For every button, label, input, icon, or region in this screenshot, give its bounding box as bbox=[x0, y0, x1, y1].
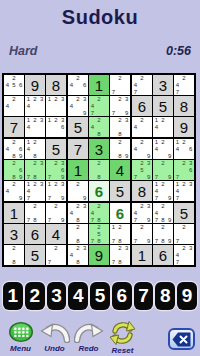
pencil-mark-slot bbox=[25, 109, 32, 116]
given-digit: 1 bbox=[4, 203, 24, 223]
page-title: Sudoku bbox=[0, 0, 200, 29]
cell-r7c4[interactable]: 2348 bbox=[68, 203, 89, 224]
pencil-mark-slot bbox=[46, 124, 53, 131]
cell-r4c1[interactable]: 24689 bbox=[4, 139, 25, 160]
pencil-mark-slot bbox=[53, 124, 60, 131]
pencil-mark-slot: 3 bbox=[123, 245, 130, 252]
pencil-mark-slot bbox=[166, 167, 173, 174]
cell-r7c2[interactable]: 278 bbox=[25, 203, 46, 224]
pencil-mark-slot: 4 bbox=[68, 210, 75, 217]
cell-r5c6[interactable]: 4 bbox=[110, 160, 132, 181]
pencil-mark-slot: 2 bbox=[96, 203, 103, 210]
pencil-mark-slot: 1 bbox=[110, 224, 117, 231]
sudoku-app: { "app": { "title": "Sudoku" }, "status"… bbox=[0, 0, 200, 356]
pencil-marks: 279 bbox=[46, 203, 66, 223]
pencil-mark-slot: 2 bbox=[75, 203, 82, 210]
pencil-mark-slot: 6 bbox=[17, 146, 24, 153]
pencil-marks: 12379 bbox=[46, 181, 66, 201]
given-digit: 7 bbox=[68, 139, 88, 159]
pencil-marks: 29 bbox=[68, 181, 88, 201]
backspace-x-icon bbox=[172, 332, 191, 347]
cell-r1c8[interactable]: 3 bbox=[153, 75, 174, 96]
pencil-mark-slot: 2 bbox=[117, 224, 124, 231]
pencil-mark-slot: 8 bbox=[96, 216, 103, 223]
pencil-mark-slot: 2 bbox=[139, 160, 146, 167]
cell-r1c6[interactable]: 27 bbox=[110, 75, 132, 96]
pencil-mark-slot bbox=[153, 203, 160, 210]
pencil-mark-slot bbox=[187, 252, 194, 259]
cell-r5c3[interactable]: 23679 bbox=[46, 160, 68, 181]
pencil-mark-slot: 8 bbox=[117, 237, 124, 244]
cell-r7c5[interactable]: 2478 bbox=[89, 203, 110, 224]
pencil-mark-slot bbox=[132, 167, 139, 174]
pencil-mark-slot bbox=[17, 96, 24, 103]
cell-r3c5[interactable]: 248 bbox=[89, 117, 110, 139]
pencil-mark-slot: 6 bbox=[187, 167, 194, 174]
pencil-mark-slot bbox=[32, 103, 39, 110]
cell-r5c2[interactable]: 2378 bbox=[25, 160, 46, 181]
pencil-mark-slot bbox=[59, 103, 66, 110]
cell-r6c3[interactable]: 12379 bbox=[46, 181, 68, 203]
pencil-mark-slot bbox=[160, 146, 167, 153]
cell-r9c9[interactable]: 2347 bbox=[174, 245, 194, 265]
pencil-mark-slot bbox=[11, 252, 18, 259]
cell-r8c8[interactable]: 2789 bbox=[153, 224, 174, 245]
cell-r3c9[interactable]: 9 bbox=[174, 117, 194, 139]
cell-r3c6[interactable]: 238 bbox=[110, 117, 132, 139]
cell-r2c1[interactable]: 24 bbox=[4, 96, 25, 117]
pencil-mark-slot bbox=[89, 224, 96, 231]
pencil-mark-slot bbox=[139, 210, 146, 217]
cell-r1c1[interactable]: 2456 bbox=[4, 75, 25, 96]
pencil-mark-slot: 4 bbox=[4, 188, 11, 195]
pencil-mark-slot: 5 bbox=[139, 167, 146, 174]
cell-r6c4[interactable]: 29 bbox=[68, 181, 89, 203]
given-digit: 9 bbox=[89, 245, 109, 265]
pencil-mark-slot bbox=[166, 188, 173, 195]
user-digit: 6 bbox=[89, 181, 109, 201]
pencil-mark-slot: 7 bbox=[110, 88, 117, 95]
pencil-mark-slot bbox=[59, 130, 66, 137]
numpad-button-3[interactable]: 3 bbox=[47, 282, 67, 310]
cell-r3c7[interactable]: 24 bbox=[132, 117, 153, 139]
pencil-marks: 27 bbox=[110, 75, 130, 95]
cell-r8c6[interactable]: 1278 bbox=[110, 224, 132, 245]
cell-r9c4[interactable]: 2348 bbox=[68, 245, 89, 265]
pencil-marks: 247 bbox=[132, 75, 152, 95]
pencil-mark-slot: 2 bbox=[117, 96, 124, 103]
pencil-marks: 27 bbox=[46, 245, 66, 265]
given-digit: 9 bbox=[25, 75, 45, 95]
pencil-mark-slot bbox=[110, 139, 117, 146]
cell-r2c7[interactable]: 6 bbox=[132, 96, 153, 117]
pencil-mark-slot: 8 bbox=[117, 152, 124, 159]
numpad-button-2[interactable]: 2 bbox=[25, 282, 45, 310]
pencil-mark-slot bbox=[89, 96, 96, 103]
cell-r2c6[interactable]: 2379 bbox=[110, 96, 132, 117]
numpad-button-1[interactable]: 1 bbox=[3, 282, 23, 310]
pencil-mark-slot: 9 bbox=[123, 109, 130, 116]
pencil-marks: 2478 bbox=[89, 203, 109, 223]
pencil-mark-slot: 7 bbox=[89, 109, 96, 116]
pencil-mark-slot: 3 bbox=[145, 160, 152, 167]
pencil-marks: 24 bbox=[132, 117, 152, 137]
cell-r6c7[interactable]: 8 bbox=[132, 181, 153, 203]
pencil-mark-slot bbox=[187, 258, 194, 265]
pencil-marks: 1236 bbox=[46, 117, 66, 137]
cell-r1c2[interactable]: 9 bbox=[25, 75, 46, 96]
pencil-mark-slot bbox=[17, 160, 24, 167]
pencil-mark-slot bbox=[132, 160, 139, 167]
given-digit: 4 bbox=[110, 160, 130, 180]
cell-r6c2[interactable]: 12347 bbox=[25, 181, 46, 203]
cell-r7c6[interactable]: 6 bbox=[110, 203, 132, 224]
pencil-mark-slot bbox=[81, 181, 88, 188]
pencil-mark-slot: 7 bbox=[46, 216, 53, 223]
cell-r3c4[interactable]: 5 bbox=[68, 117, 89, 139]
cell-r8c1[interactable]: 3 bbox=[4, 224, 25, 245]
pencil-mark-slot bbox=[123, 75, 130, 82]
pencil-mark-slot: 2 bbox=[96, 117, 103, 124]
pencil-mark-slot bbox=[89, 160, 96, 167]
cell-r4c7[interactable]: 249 bbox=[132, 139, 153, 160]
cell-r4c2[interactable]: 1248 bbox=[25, 139, 46, 160]
pencil-mark-slot bbox=[81, 252, 88, 259]
pencil-mark-slot bbox=[11, 194, 18, 201]
pencil-mark-slot bbox=[187, 75, 194, 82]
pencil-mark-slot bbox=[166, 117, 173, 124]
pencil-mark-slot bbox=[53, 173, 60, 180]
pencil-mark-slot: 7 bbox=[174, 173, 181, 180]
cell-r8c3[interactable]: 4 bbox=[46, 224, 68, 245]
given-digit: 5 bbox=[110, 181, 130, 201]
cell-r9c2[interactable]: 5 bbox=[25, 245, 46, 265]
pencil-mark-slot: 4 bbox=[132, 146, 139, 153]
pencil-mark-slot bbox=[59, 210, 66, 217]
cell-r5c7[interactable]: 23579 bbox=[132, 160, 153, 181]
cell-r4c6[interactable]: 289 bbox=[110, 139, 132, 160]
menu-button[interactable]: Menu bbox=[5, 321, 36, 353]
pencil-mark-slot bbox=[53, 103, 60, 110]
pencil-mark-slot bbox=[123, 130, 130, 137]
pencil-mark-slot bbox=[139, 124, 146, 131]
pencil-marks: 12347 bbox=[25, 181, 45, 201]
pencil-mark-slot bbox=[4, 88, 11, 95]
pencil-mark-slot bbox=[160, 152, 167, 159]
pencil-mark-slot bbox=[59, 203, 66, 210]
pencil-mark-slot bbox=[46, 109, 53, 116]
pencil-mark-slot: 7 bbox=[110, 109, 117, 116]
pencil-mark-slot: 4 bbox=[89, 103, 96, 110]
cell-r3c2[interactable]: 1234 bbox=[25, 117, 46, 139]
pencil-mark-slot bbox=[17, 245, 24, 252]
cell-r4c3[interactable]: 5 bbox=[46, 139, 68, 160]
cell-r8c5[interactable]: 2578 bbox=[89, 224, 110, 245]
cell-r9c6[interactable]: 2378 bbox=[110, 245, 132, 265]
pencil-mark-slot bbox=[117, 82, 124, 89]
pencil-mark-slot: 7 bbox=[174, 237, 181, 244]
pencil-mark-slot bbox=[53, 109, 60, 116]
pencil-mark-slot: 2 bbox=[11, 245, 18, 252]
pencil-mark-slot bbox=[17, 109, 24, 116]
pencil-mark-slot bbox=[132, 152, 139, 159]
pencil-mark-slot bbox=[174, 167, 181, 174]
pencil-marks: 2347 bbox=[174, 245, 194, 265]
pencil-mark-slot bbox=[174, 231, 181, 238]
cell-r2c2[interactable]: 1234 bbox=[25, 96, 46, 117]
pencil-mark-slot: 2 bbox=[11, 75, 18, 82]
cell-r1c3[interactable]: 8 bbox=[46, 75, 68, 96]
pencil-mark-slot bbox=[11, 88, 18, 95]
pencil-mark-slot bbox=[187, 194, 194, 201]
pencil-mark-slot bbox=[75, 210, 82, 217]
undo-button[interactable]: Undo bbox=[39, 321, 70, 353]
pencil-mark-slot bbox=[132, 203, 139, 210]
given-digit: 8 bbox=[132, 181, 152, 201]
cell-r2c9[interactable]: 8 bbox=[174, 96, 194, 117]
pencil-marks: 23479 bbox=[132, 203, 152, 223]
pencil-mark-slot bbox=[32, 194, 39, 201]
pencil-mark-slot: 9 bbox=[17, 173, 24, 180]
pencil-mark-slot bbox=[145, 130, 152, 137]
pencil-marks: 2348 bbox=[68, 245, 88, 265]
pencil-mark-slot bbox=[11, 188, 18, 195]
pencil-mark-slot: 6 bbox=[17, 82, 24, 89]
reset-button[interactable]: Reset bbox=[107, 321, 138, 355]
pencil-mark-slot: 2 bbox=[11, 96, 18, 103]
cell-r6c8[interactable]: 12479 bbox=[153, 181, 174, 203]
pencil-mark-slot: 1 bbox=[25, 139, 32, 146]
cell-r2c4[interactable]: 2349 bbox=[68, 96, 89, 117]
numpad-button-6[interactable]: 6 bbox=[112, 282, 132, 310]
pencil-mark-slot: 7 bbox=[174, 88, 181, 95]
cell-r2c8[interactable]: 5 bbox=[153, 96, 174, 117]
pencil-mark-slot bbox=[11, 103, 18, 110]
pencil-mark-slot bbox=[46, 167, 53, 174]
numpad-button-7[interactable]: 7 bbox=[134, 282, 154, 310]
pencil-mark-slot bbox=[46, 210, 53, 217]
pencil-mark-slot bbox=[160, 124, 167, 131]
cell-r2c3[interactable]: 123 bbox=[46, 96, 68, 117]
given-digit: 5 bbox=[46, 139, 66, 159]
pencil-mark-slot: 8 bbox=[96, 173, 103, 180]
pencil-mark-slot: 7 bbox=[46, 258, 53, 265]
cell-r6c9[interactable]: 12347 bbox=[174, 181, 194, 203]
pencil-mark-slot: 4 bbox=[4, 146, 11, 153]
pencil-mark-slot bbox=[110, 245, 117, 252]
pencil-mark-slot: 9 bbox=[81, 194, 88, 201]
pencil-mark-slot bbox=[96, 103, 103, 110]
pencil-marks: 2689 bbox=[4, 160, 24, 180]
pencil-mark-slot: 3 bbox=[59, 117, 66, 124]
user-digit: 6 bbox=[110, 203, 130, 223]
pencil-mark-slot bbox=[75, 252, 82, 259]
cell-r1c7[interactable]: 247 bbox=[132, 75, 153, 96]
cell-r9c5[interactable]: 9 bbox=[89, 245, 110, 265]
cell-r9c7[interactable]: 1 bbox=[132, 245, 153, 265]
pencil-mark-slot: 7 bbox=[174, 258, 181, 265]
pencil-mark-slot: 3 bbox=[81, 96, 88, 103]
sudoku-board: 2456982461272473247241234123234924723796… bbox=[2, 73, 196, 267]
pencil-mark-slot bbox=[166, 139, 173, 146]
cell-r9c8[interactable]: 6 bbox=[153, 245, 174, 265]
pencil-mark-slot: 2 bbox=[139, 75, 146, 82]
pencil-mark-slot bbox=[110, 103, 117, 110]
cell-r1c5[interactable]: 1 bbox=[89, 75, 110, 96]
pencil-mark-slot bbox=[4, 160, 11, 167]
pencil-mark-slot bbox=[102, 216, 109, 223]
pencil-mark-slot bbox=[4, 252, 11, 259]
pencil-mark-slot: 7 bbox=[89, 237, 96, 244]
pencil-mark-slot: 2 bbox=[139, 203, 146, 210]
close-button[interactable] bbox=[168, 328, 195, 350]
pencil-mark-slot bbox=[68, 216, 75, 223]
cell-r3c1[interactable]: 7 bbox=[4, 117, 25, 139]
cell-r9c3[interactable]: 27 bbox=[46, 245, 68, 265]
cell-r6c6[interactable]: 5 bbox=[110, 181, 132, 203]
redo-button[interactable]: Redo bbox=[73, 321, 104, 353]
pencil-mark-slot: 9 bbox=[59, 173, 66, 180]
pencil-mark-slot: 2 bbox=[160, 224, 167, 231]
pencil-mark-slot bbox=[81, 216, 88, 223]
pencil-marks: 2378 bbox=[110, 245, 130, 265]
pencil-mark-slot bbox=[32, 146, 39, 153]
pencil-mark-slot bbox=[153, 152, 160, 159]
cell-r4c5[interactable]: 3 bbox=[89, 139, 110, 160]
pencil-marks: 2349 bbox=[68, 96, 88, 116]
cell-r5c9[interactable]: 2367 bbox=[174, 160, 194, 181]
pencil-mark-slot: 2 bbox=[53, 96, 60, 103]
pencil-mark-slot: 2 bbox=[96, 224, 103, 231]
pencil-mark-slot bbox=[81, 103, 88, 110]
pencil-mark-slot bbox=[75, 103, 82, 110]
pencil-mark-slot bbox=[166, 181, 173, 188]
pencil-marks: 238 bbox=[110, 117, 130, 137]
pencil-mark-slot bbox=[145, 88, 152, 95]
numpad-button-9[interactable]: 9 bbox=[177, 282, 197, 310]
pencil-mark-slot bbox=[181, 237, 188, 244]
cell-r7c7[interactable]: 23479 bbox=[132, 203, 153, 224]
cell-r8c2[interactable]: 6 bbox=[25, 224, 46, 245]
keypad-grid-icon bbox=[8, 321, 34, 343]
cell-r7c8[interactable]: 24789 bbox=[153, 203, 174, 224]
numpad-button-5[interactable]: 5 bbox=[90, 282, 110, 310]
pencil-marks: 1249 bbox=[153, 139, 173, 159]
pencil-mark-slot bbox=[53, 167, 60, 174]
cell-r3c8[interactable]: 124 bbox=[153, 117, 174, 139]
cell-r6c5[interactable]: 6 bbox=[89, 181, 110, 203]
cell-r4c4[interactable]: 7 bbox=[68, 139, 89, 160]
pencil-mark-slot: 8 bbox=[117, 130, 124, 137]
pencil-mark-slot: 2 bbox=[75, 75, 82, 82]
cell-r5c5[interactable]: 28 bbox=[89, 160, 110, 181]
pencil-marks: 2456 bbox=[4, 75, 24, 95]
pencil-mark-slot bbox=[181, 152, 188, 159]
pencil-mark-slot bbox=[4, 194, 11, 201]
pencil-mark-slot bbox=[139, 146, 146, 153]
pencil-mark-slot bbox=[110, 130, 117, 137]
pencil-mark-slot bbox=[17, 103, 24, 110]
cell-r1c9[interactable]: 247 bbox=[174, 75, 194, 96]
pencil-mark-slot bbox=[123, 146, 130, 153]
pencil-mark-slot: 3 bbox=[38, 96, 45, 103]
pencil-mark-slot: 6 bbox=[81, 82, 88, 89]
pencil-mark-slot bbox=[81, 258, 88, 265]
cell-r1c4[interactable]: 246 bbox=[68, 75, 89, 96]
cell-r6c1[interactable]: 249 bbox=[4, 181, 25, 203]
pencil-marks: 279 bbox=[132, 224, 152, 244]
cell-r3c3[interactable]: 1236 bbox=[46, 117, 68, 139]
pencil-mark-slot: 2 bbox=[53, 160, 60, 167]
pencil-mark-slot bbox=[132, 224, 139, 231]
pencil-mark-slot: 8 bbox=[32, 216, 39, 223]
pencil-mark-slot: 9 bbox=[59, 216, 66, 223]
pencil-mark-slot: 9 bbox=[166, 173, 173, 180]
undo-label: Undo bbox=[44, 344, 64, 353]
cell-r8c9[interactable]: 27 bbox=[174, 224, 194, 245]
pencil-mark-slot: 7 bbox=[174, 194, 181, 201]
cell-r9c1[interactable]: 28 bbox=[4, 245, 25, 265]
pencil-mark-slot: 7 bbox=[132, 216, 139, 223]
pencil-mark-slot bbox=[38, 146, 45, 153]
pencil-mark-slot bbox=[117, 109, 124, 116]
cell-r8c7[interactable]: 279 bbox=[132, 224, 153, 245]
pencil-mark-slot: 9 bbox=[145, 173, 152, 180]
cell-r8c4[interactable]: 28 bbox=[68, 224, 89, 245]
cell-r7c1[interactable]: 1 bbox=[4, 203, 25, 224]
cell-r5c1[interactable]: 2689 bbox=[4, 160, 25, 181]
pencil-mark-slot: 4 bbox=[153, 188, 160, 195]
given-digit: 3 bbox=[89, 139, 109, 159]
pencil-mark-slot bbox=[59, 245, 66, 252]
pencil-mark-slot bbox=[53, 130, 60, 137]
cell-r7c9[interactable]: 5 bbox=[174, 203, 194, 224]
pencil-mark-slot bbox=[38, 194, 45, 201]
pencil-mark-slot bbox=[81, 88, 88, 95]
pencil-mark-slot: 2 bbox=[75, 181, 82, 188]
pencil-mark-slot bbox=[4, 96, 11, 103]
pencil-mark-slot bbox=[96, 124, 103, 131]
pencil-mark-slot bbox=[17, 188, 24, 195]
pencil-mark-slot bbox=[132, 130, 139, 137]
pencil-mark-slot: 3 bbox=[59, 96, 66, 103]
cell-r7c3[interactable]: 279 bbox=[46, 203, 68, 224]
cell-r5c4[interactable]: 1 bbox=[68, 160, 89, 181]
pencil-mark-slot: 7 bbox=[153, 216, 160, 223]
pencil-mark-slot: 4 bbox=[68, 103, 75, 110]
pencil-mark-slot: 2 bbox=[32, 181, 39, 188]
pencil-mark-slot: 2 bbox=[181, 181, 188, 188]
pencil-mark-slot bbox=[25, 130, 32, 137]
cell-r2c5[interactable]: 247 bbox=[89, 96, 110, 117]
pencil-mark-slot: 3 bbox=[123, 117, 130, 124]
numpad-button-8[interactable]: 8 bbox=[155, 282, 175, 310]
cell-r4c9[interactable]: 1246 bbox=[174, 139, 194, 160]
pencil-mark-slot bbox=[75, 188, 82, 195]
pencil-mark-slot bbox=[32, 210, 39, 217]
pencil-mark-slot bbox=[123, 224, 130, 231]
pencil-mark-slot bbox=[187, 231, 194, 238]
status-bar: Hard 0:56 bbox=[0, 44, 200, 58]
cell-r4c8[interactable]: 1249 bbox=[153, 139, 174, 160]
pencil-mark-slot: 2 bbox=[181, 139, 188, 146]
pencil-mark-slot bbox=[68, 96, 75, 103]
cell-r5c8[interactable]: 279 bbox=[153, 160, 174, 181]
numpad-button-4[interactable]: 4 bbox=[68, 282, 88, 310]
pencil-mark-slot: 8 bbox=[75, 258, 82, 265]
toolbar: Menu Undo Redo Reset bbox=[0, 318, 200, 355]
pencil-mark-slot bbox=[38, 152, 45, 159]
